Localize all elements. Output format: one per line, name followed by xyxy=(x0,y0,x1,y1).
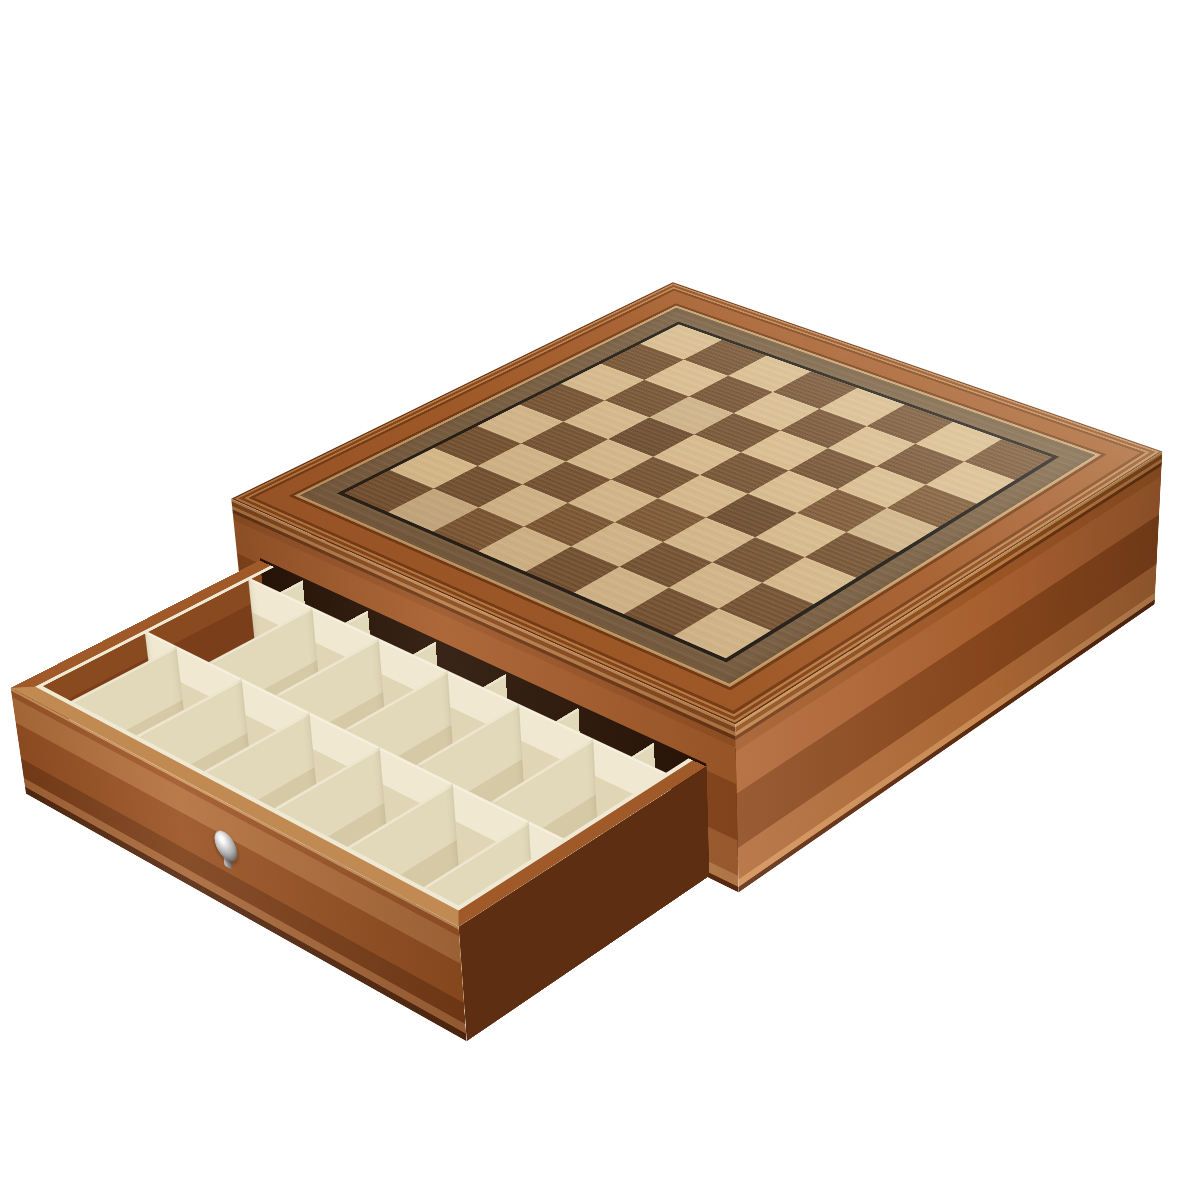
drawer-knob xyxy=(213,826,240,879)
product-photo-scene xyxy=(0,0,1200,1200)
